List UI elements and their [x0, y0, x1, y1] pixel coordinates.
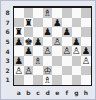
piece-a5: ♟ [15, 37, 24, 47]
rank-labels: 87654321 [3, 8, 12, 85]
rank-label-7: 7 [3, 18, 12, 28]
file-label-a: a [14, 88, 24, 96]
piece-b4: ♟ [24, 46, 33, 56]
square-c1 [33, 75, 43, 85]
piece-h3: ♙ [82, 56, 91, 66]
square-h2 [81, 66, 91, 76]
square-d4: ♙ [43, 46, 53, 56]
square-a5: ♟ [14, 37, 24, 47]
square-e4 [52, 46, 62, 56]
piece-a2: ♙ [15, 66, 24, 76]
square-f2 [62, 66, 72, 76]
square-d1: ♗ [43, 75, 53, 85]
rank-label-6: 6 [3, 27, 12, 37]
square-c7 [33, 18, 43, 28]
square-f3 [62, 56, 72, 66]
file-label-f: f [62, 88, 72, 96]
piece-e7: ♟ [53, 18, 62, 28]
square-g4: ♙ [72, 46, 82, 56]
rank-label-1: 1 [3, 75, 12, 85]
square-h1 [81, 75, 91, 85]
file-label-d: d [43, 88, 53, 96]
piece-g4: ♙ [72, 46, 81, 56]
piece-d8: ♗ [43, 8, 52, 18]
piece-d6: ♟ [43, 27, 52, 37]
square-f6: ♟ [62, 27, 72, 37]
file-label-h: h [81, 88, 91, 96]
file-label-g: g [72, 88, 82, 96]
square-b1 [24, 75, 34, 85]
square-h8 [81, 8, 91, 18]
square-d8: ♗ [43, 8, 53, 18]
square-f8 [62, 8, 72, 18]
square-d6: ♟ [43, 27, 53, 37]
square-c8 [33, 8, 43, 18]
piece-c3: ♗ [34, 56, 43, 66]
square-a1 [14, 75, 24, 85]
piece-b7: ♜ [24, 18, 33, 28]
file-label-c: c [33, 88, 43, 96]
square-f4: ♙ [62, 46, 72, 56]
file-label-e: e [52, 88, 62, 96]
rank-label-8: 8 [3, 8, 12, 18]
square-e7: ♟ [52, 18, 62, 28]
square-a2: ♙ [14, 66, 24, 76]
square-e1 [52, 75, 62, 85]
rank-label-3: 3 [3, 56, 12, 66]
piece-e5: ♙ [53, 37, 62, 47]
rank-label-4: 4 [3, 46, 12, 56]
piece-d4: ♙ [43, 46, 52, 56]
rank-label-5: 5 [3, 37, 12, 47]
piece-c5: ♟ [34, 37, 43, 47]
square-f1 [62, 75, 72, 85]
square-e3 [52, 56, 62, 66]
square-e5: ♙ [52, 37, 62, 47]
square-h7 [81, 18, 91, 28]
square-c5: ♟ [33, 37, 43, 47]
square-c2 [33, 66, 43, 76]
piece-b2: ♙ [24, 66, 33, 76]
piece-f6: ♟ [63, 27, 72, 37]
diagram-background: 87654321 ♗♜♟♜♟♟♟♚♟♙♟♟♙♙♙♟♟♗♙♙♙♔♗ abcdefg… [1, 1, 95, 99]
piece-d1: ♗ [43, 75, 52, 85]
square-e2 [52, 66, 62, 76]
file-labels: abcdefgh [14, 88, 91, 96]
square-g7 [72, 18, 82, 28]
square-g1 [72, 75, 82, 85]
square-h6 [81, 27, 91, 37]
square-h3: ♙ [81, 56, 91, 66]
file-label-b: b [24, 88, 34, 96]
square-b4: ♟ [24, 46, 34, 56]
square-c3: ♗ [33, 56, 43, 66]
square-g8 [72, 8, 82, 18]
chess-board: ♗♜♟♜♟♟♟♚♟♙♟♟♙♙♙♟♟♗♙♙♙♔♗ [13, 6, 92, 86]
square-a8 [14, 8, 24, 18]
square-b7: ♜ [24, 18, 34, 28]
square-g3 [72, 56, 82, 66]
piece-f4: ♙ [63, 46, 72, 56]
square-b2: ♙ [24, 66, 34, 76]
rank-label-2: 2 [3, 66, 12, 76]
square-g2 [72, 66, 82, 76]
